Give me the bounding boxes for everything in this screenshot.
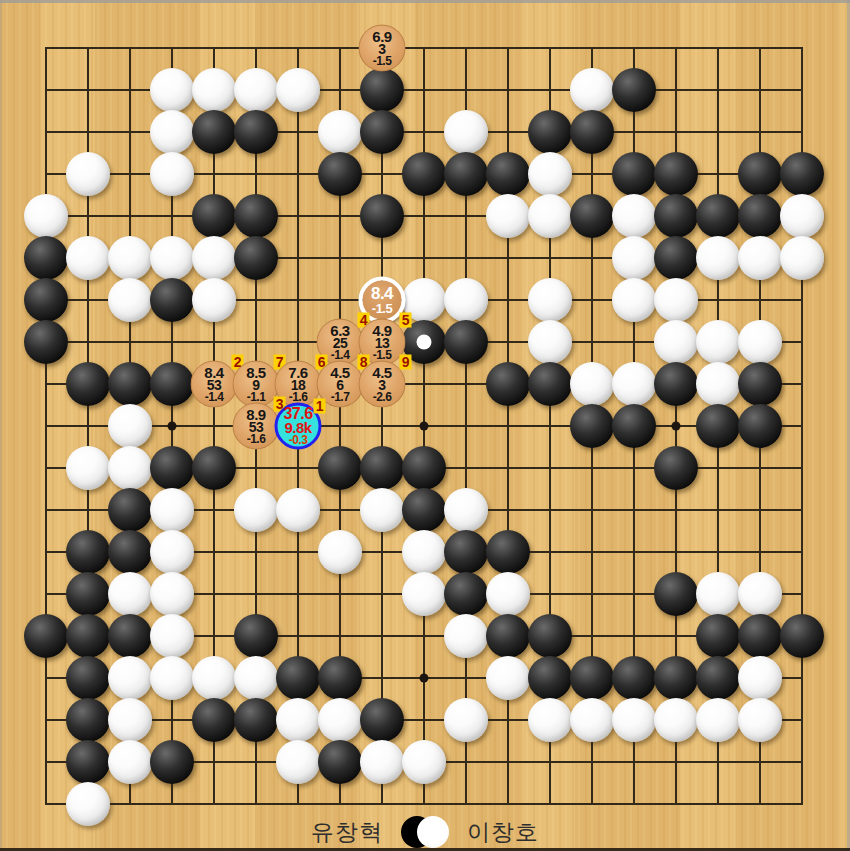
stone-pair-icon [399,815,451,849]
go-board[interactable]: 6.93-1.58.4-1.56.325-1.444.913-1.558.453… [0,0,850,812]
white-stone [738,320,782,364]
black-stone [612,404,656,448]
black-stone [402,152,446,196]
star-point [168,422,177,431]
analysis-value: -0.3 [289,435,308,446]
analysis-value: -1.6 [247,434,266,445]
white-stone [444,110,488,154]
black-stone [360,68,404,112]
black-stone [444,320,488,364]
black-stone [192,194,236,238]
white-stone [528,698,572,742]
star-point [672,422,681,431]
white-stone [150,530,194,574]
black-stone [234,194,278,238]
white-stone [696,236,740,280]
analysis-overlay[interactable]: 37.69.8k-0.31 [275,403,322,450]
white-stone [66,236,110,280]
black-stone [150,362,194,406]
black-stone [654,656,698,700]
star-point [420,422,429,431]
white-stone [150,656,194,700]
window-edge-top [0,0,850,3]
analysis-value: -1.5 [372,302,392,315]
white-stone [318,530,362,574]
black-stone [66,740,110,784]
black-stone [738,362,782,406]
analysis-value: 8.4 [371,286,393,302]
white-stone [276,740,320,784]
black-stone [360,194,404,238]
black-stone [444,152,488,196]
black-stone [654,446,698,490]
white-stone [108,236,152,280]
black-stone [612,656,656,700]
white-stone [444,278,488,322]
black-stone [192,110,236,154]
white-stone [360,488,404,532]
white-stone [444,698,488,742]
black-player-name: 유창혁 [311,817,383,848]
analysis-value: -2.6 [373,392,392,403]
black-stone [402,488,446,532]
window-edge-left [0,0,2,851]
white-stone [738,698,782,742]
black-stone [360,446,404,490]
black-stone [24,236,68,280]
black-stone [66,530,110,574]
move-rank-badge: 1 [314,399,326,414]
black-stone [654,362,698,406]
white-stone [528,194,572,238]
black-stone [696,614,740,658]
white-stone [66,152,110,196]
white-stone [360,740,404,784]
analysis-value: -1.6 [289,392,308,403]
analysis-overlay[interactable]: 8.953-1.63 [233,403,280,450]
white-stone [738,572,782,616]
black-stone [696,194,740,238]
white-stone [276,488,320,532]
white-stone [108,404,152,448]
white-stone [654,698,698,742]
white-stone [570,362,614,406]
move-rank-badge: 9 [400,355,412,370]
black-stone [24,320,68,364]
black-stone [66,656,110,700]
black-stone [528,110,572,154]
star-point [420,674,429,683]
black-stone [738,614,782,658]
analysis-value: -1.4 [331,350,350,361]
black-stone [486,362,530,406]
white-stone [444,614,488,658]
white-stone [318,698,362,742]
black-stone [318,152,362,196]
white-stone [570,698,614,742]
white-stone [150,68,194,112]
white-stone [696,698,740,742]
analysis-value: -1.4 [205,392,224,403]
white-stone [192,656,236,700]
black-stone [570,194,614,238]
black-stone [318,446,362,490]
black-stone [444,572,488,616]
white-stone [402,530,446,574]
white-stone [276,698,320,742]
black-stone [654,194,698,238]
black-stone [570,110,614,154]
white-stone [486,194,530,238]
analysis-overlay[interactable]: 8.59-1.17 [233,361,280,408]
analysis-value: -1.5 [373,56,392,67]
black-stone [528,614,572,658]
white-stone [528,278,572,322]
black-stone [66,572,110,616]
white-stone [234,656,278,700]
white-stone [234,488,278,532]
last-move-marker [417,335,432,350]
white-stone [402,740,446,784]
black-stone [234,236,278,280]
black-stone [444,530,488,574]
black-stone [108,614,152,658]
white-player-name: 이창호 [467,817,539,848]
white-stone [192,278,236,322]
black-stone [738,194,782,238]
black-stone [150,446,194,490]
black-stone [150,740,194,784]
black-stone [192,698,236,742]
black-stone [66,362,110,406]
black-stone [108,488,152,532]
white-stone [780,194,824,238]
black-stone [780,152,824,196]
black-stone [654,152,698,196]
white-stone [108,572,152,616]
white-stone [612,362,656,406]
white-stone [150,110,194,154]
black-stone [654,572,698,616]
white-stone [192,68,236,112]
black-stone [24,278,68,322]
black-stone [234,110,278,154]
white-stone [654,278,698,322]
black-stone [570,656,614,700]
white-stone [444,488,488,532]
black-stone [696,404,740,448]
black-stone [780,614,824,658]
white-stone [738,236,782,280]
white-stone-icon [417,816,449,848]
white-stone [570,68,614,112]
white-stone [150,152,194,196]
analysis-overlay[interactable]: 8.453-1.42 [191,361,238,408]
white-stone [612,236,656,280]
white-stone [150,488,194,532]
black-stone [738,404,782,448]
black-stone [738,152,782,196]
white-stone [612,194,656,238]
black-stone [234,614,278,658]
white-stone [780,236,824,280]
white-stone [402,572,446,616]
black-stone [192,446,236,490]
white-stone [108,656,152,700]
analysis-overlay[interactable]: 6.93-1.5 [359,25,406,72]
black-stone [318,656,362,700]
white-stone [234,68,278,112]
white-stone [150,236,194,280]
move-rank-badge: 5 [400,313,412,328]
black-stone [612,68,656,112]
black-stone [150,278,194,322]
black-stone [612,152,656,196]
black-stone [402,446,446,490]
white-stone [108,446,152,490]
grid-line-horizontal [45,803,803,805]
white-stone [696,320,740,364]
analysis-value: -1.5 [373,350,392,361]
analysis-value: -1.1 [247,392,266,403]
white-stone [654,320,698,364]
white-stone [696,362,740,406]
white-stone [486,656,530,700]
white-stone [696,572,740,616]
black-stone [318,740,362,784]
white-stone [528,320,572,364]
white-stone [150,572,194,616]
black-stone [654,236,698,280]
white-stone [108,278,152,322]
black-stone [276,656,320,700]
white-stone [738,656,782,700]
white-stone [612,698,656,742]
white-stone [108,698,152,742]
black-stone [696,656,740,700]
black-stone [486,152,530,196]
black-stone [234,698,278,742]
black-stone [24,614,68,658]
black-stone [66,698,110,742]
black-stone [570,404,614,448]
black-stone [528,656,572,700]
black-stone [486,614,530,658]
black-stone [108,530,152,574]
black-stone [108,362,152,406]
players-caption: 유창혁 이창호 [0,813,850,851]
white-stone [528,152,572,196]
white-stone [24,194,68,238]
black-stone [360,110,404,154]
black-stone [528,362,572,406]
black-stone [66,614,110,658]
white-stone [486,572,530,616]
analysis-value: -1.7 [331,392,350,403]
analysis-overlay[interactable]: 4.53-2.69 [359,361,406,408]
white-stone [612,278,656,322]
white-stone [318,110,362,154]
white-stone [276,68,320,112]
white-stone [108,740,152,784]
white-stone [192,236,236,280]
white-stone [150,614,194,658]
white-stone [66,446,110,490]
black-stone [360,698,404,742]
black-stone [486,530,530,574]
